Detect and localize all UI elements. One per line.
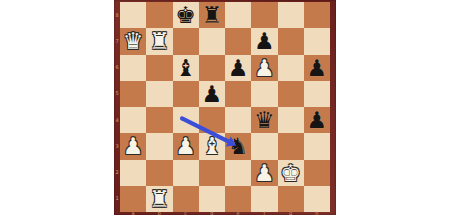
- square-d1[interactable]: [199, 186, 225, 212]
- file-label-d: d: [199, 211, 225, 215]
- square-c2[interactable]: [173, 160, 199, 186]
- black-pawn: ♟: [304, 107, 330, 133]
- rank-label-3: 3: [114, 144, 120, 149]
- black-queen: ♛: [251, 107, 277, 133]
- square-d6[interactable]: [199, 55, 225, 81]
- square-f2[interactable]: ♟: [251, 160, 277, 186]
- square-d8[interactable]: ♜: [199, 2, 225, 28]
- rank-label-4: 4: [114, 118, 120, 123]
- square-f1[interactable]: [251, 186, 277, 212]
- square-e2[interactable]: [225, 160, 251, 186]
- square-b6[interactable]: [146, 55, 172, 81]
- square-b7[interactable]: ♜: [146, 28, 172, 54]
- square-e8[interactable]: [225, 2, 251, 28]
- white-rook: ♜: [146, 186, 172, 212]
- square-a2[interactable]: [120, 160, 146, 186]
- square-h4[interactable]: ♟: [304, 107, 330, 133]
- square-f8[interactable]: [251, 2, 277, 28]
- square-f5[interactable]: [251, 81, 277, 107]
- square-e4[interactable]: [225, 107, 251, 133]
- square-g4[interactable]: [278, 107, 304, 133]
- square-f6[interactable]: ♟: [251, 55, 277, 81]
- square-a1[interactable]: [120, 186, 146, 212]
- rank-label-2: 2: [114, 170, 120, 175]
- white-bishop: ♝: [199, 133, 225, 159]
- square-e1[interactable]: [225, 186, 251, 212]
- square-f4[interactable]: ♛: [251, 107, 277, 133]
- square-b3[interactable]: [146, 133, 172, 159]
- rank-label-1: 1: [114, 196, 120, 201]
- square-f7[interactable]: ♟: [251, 28, 277, 54]
- white-pawn: ♟: [251, 160, 277, 186]
- square-c5[interactable]: [173, 81, 199, 107]
- square-h8[interactable]: [304, 2, 330, 28]
- square-b4[interactable]: [146, 107, 172, 133]
- rank-label-8: 8: [114, 13, 120, 18]
- square-e5[interactable]: [225, 81, 251, 107]
- file-label-f: f: [251, 211, 277, 215]
- square-c1[interactable]: [173, 186, 199, 212]
- square-e6[interactable]: ♟: [225, 55, 251, 81]
- file-label-e: e: [225, 211, 251, 215]
- square-d2[interactable]: [199, 160, 225, 186]
- file-label-h: h: [304, 211, 330, 215]
- black-pawn: ♟: [225, 55, 251, 81]
- square-g6[interactable]: [278, 55, 304, 81]
- file-label-g: g: [278, 211, 304, 215]
- square-c7[interactable]: [173, 28, 199, 54]
- file-label-c: c: [173, 211, 199, 215]
- square-g1[interactable]: [278, 186, 304, 212]
- square-d5[interactable]: ♟: [199, 81, 225, 107]
- black-pawn: ♟: [199, 81, 225, 107]
- white-pawn: ♟: [120, 133, 146, 159]
- square-a5[interactable]: [120, 81, 146, 107]
- chess-board-frame: ♚♜♛♜♟♝♟♟♟♟♛♟♟♟♝♞♟♚♜ 87654321 abcdefgh: [114, 0, 336, 215]
- square-e7[interactable]: [225, 28, 251, 54]
- square-a7[interactable]: ♛: [120, 28, 146, 54]
- square-d4[interactable]: [199, 107, 225, 133]
- square-a4[interactable]: [120, 107, 146, 133]
- square-b2[interactable]: [146, 160, 172, 186]
- square-a6[interactable]: [120, 55, 146, 81]
- white-queen: ♛: [120, 28, 146, 54]
- white-pawn: ♟: [173, 133, 199, 159]
- white-rook: ♜: [146, 28, 172, 54]
- square-b1[interactable]: ♜: [146, 186, 172, 212]
- square-e3[interactable]: ♞: [225, 133, 251, 159]
- square-h2[interactable]: [304, 160, 330, 186]
- square-a3[interactable]: ♟: [120, 133, 146, 159]
- square-b5[interactable]: [146, 81, 172, 107]
- black-pawn: ♟: [304, 55, 330, 81]
- square-d3[interactable]: ♝: [199, 133, 225, 159]
- square-g8[interactable]: [278, 2, 304, 28]
- white-pawn: ♟: [251, 55, 277, 81]
- square-b8[interactable]: [146, 2, 172, 28]
- square-d7[interactable]: [199, 28, 225, 54]
- square-c8[interactable]: ♚: [173, 2, 199, 28]
- square-h1[interactable]: [304, 186, 330, 212]
- black-knight: ♞: [225, 133, 251, 159]
- white-king: ♚: [278, 160, 304, 186]
- square-h5[interactable]: [304, 81, 330, 107]
- black-pawn: ♟: [251, 28, 277, 54]
- square-h3[interactable]: [304, 133, 330, 159]
- square-f3[interactable]: [251, 133, 277, 159]
- square-h6[interactable]: ♟: [304, 55, 330, 81]
- square-c4[interactable]: [173, 107, 199, 133]
- file-label-b: b: [146, 211, 172, 215]
- square-h7[interactable]: [304, 28, 330, 54]
- square-g3[interactable]: [278, 133, 304, 159]
- square-a8[interactable]: [120, 2, 146, 28]
- rank-label-5: 5: [114, 91, 120, 96]
- black-king: ♚: [173, 2, 199, 28]
- square-c6[interactable]: ♝: [173, 55, 199, 81]
- rank-label-6: 6: [114, 65, 120, 70]
- file-label-a: a: [120, 211, 146, 215]
- screenshot-root: ♚♜♛♜♟♝♟♟♟♟♛♟♟♟♝♞♟♚♜ 87654321 abcdefgh: [0, 0, 450, 215]
- black-rook: ♜: [199, 2, 225, 28]
- black-bishop: ♝: [173, 55, 199, 81]
- square-g7[interactable]: [278, 28, 304, 54]
- chess-board[interactable]: ♚♜♛♜♟♝♟♟♟♟♛♟♟♟♝♞♟♚♜: [120, 2, 330, 212]
- rank-label-7: 7: [114, 39, 120, 44]
- square-g5[interactable]: [278, 81, 304, 107]
- square-g2[interactable]: ♚: [278, 160, 304, 186]
- square-c3[interactable]: ♟: [173, 133, 199, 159]
